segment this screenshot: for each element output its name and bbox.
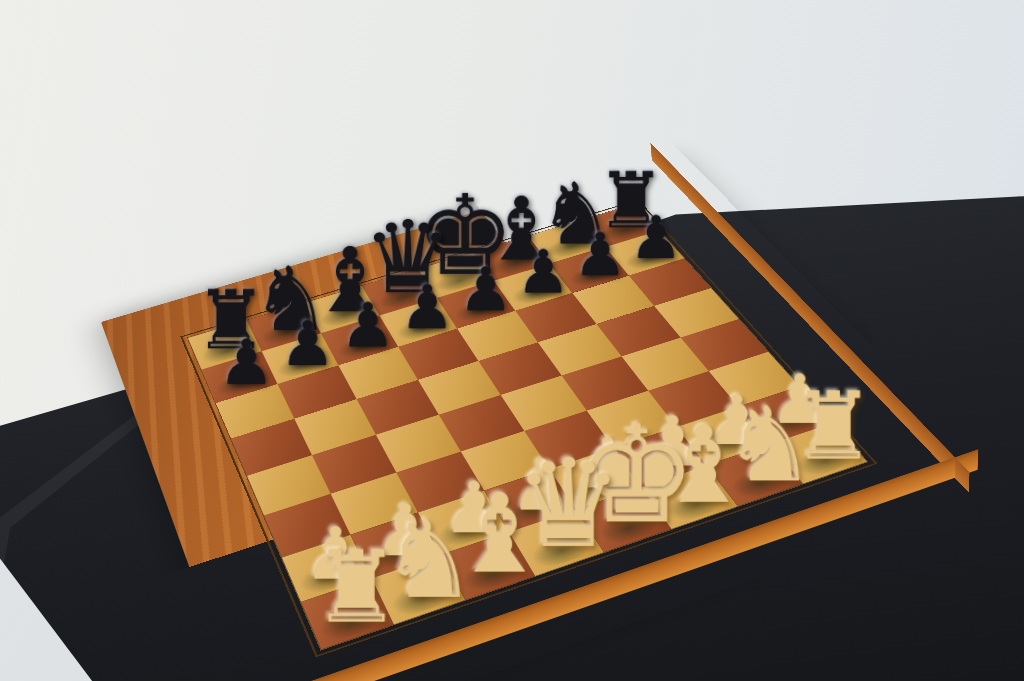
chess-board: ♜♞♝♛♚♝♞♜♟♟♟♟♟♟♟♟♟♟♟♟♟♟♟♟♜♞♝♛♚♝♞♜ bbox=[101, 155, 992, 681]
board-perspective: ♜♞♝♛♚♝♞♜♟♟♟♟♟♟♟♟♟♟♟♟♟♟♟♟♜♞♝♛♚♝♞♜ bbox=[0, 0, 1024, 681]
piece-black-pawn-a7: ♟ bbox=[218, 333, 274, 392]
board-perspective-roll: ♜♞♝♛♚♝♞♜♟♟♟♟♟♟♟♟♟♟♟♟♟♟♟♟♜♞♝♛♚♝♞♜ bbox=[0, 0, 1024, 681]
square-d4 bbox=[439, 395, 525, 452]
piece-black-pawn-f7: ♟ bbox=[516, 244, 570, 301]
piece-black-pawn-b7: ♟ bbox=[280, 315, 335, 374]
piece-black-pawn-g7: ♟ bbox=[573, 227, 626, 284]
piece-black-pawn-e7: ♟ bbox=[459, 261, 513, 318]
piece-black-pawn-c7: ♟ bbox=[340, 297, 395, 355]
square-a1: ♜ bbox=[301, 578, 394, 649]
scene: ♜♞♝♛♚♝♞♜♟♟♟♟♟♟♟♟♟♟♟♟♟♟♟♟♜♞♝♛♚♝♞♜ bbox=[0, 0, 1024, 681]
piece-black-pawn-h7: ♟ bbox=[630, 210, 683, 266]
piece-white-rook-a1: ♜ bbox=[312, 541, 401, 636]
piece-black-pawn-d7: ♟ bbox=[400, 279, 455, 337]
